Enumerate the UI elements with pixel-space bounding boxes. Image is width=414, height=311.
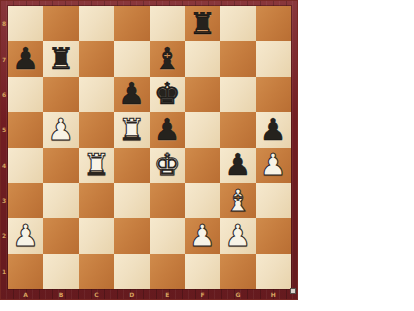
square-f2[interactable]: ♟ <box>185 218 220 253</box>
square-c5[interactable] <box>79 112 114 147</box>
square-h3[interactable] <box>256 183 291 218</box>
white-pawn-a2[interactable]: ♟ <box>12 221 39 251</box>
file-label-a: A <box>8 289 43 300</box>
square-f3[interactable] <box>185 183 220 218</box>
black-pawn-a7[interactable]: ♟ <box>12 44 39 74</box>
black-rook-b7[interactable]: ♜ <box>48 44 75 74</box>
rank-label-3: 3 <box>0 183 8 218</box>
square-d6[interactable]: ♟ <box>114 77 149 112</box>
square-b7[interactable]: ♜ <box>43 41 78 76</box>
file-label-b: B <box>43 289 78 300</box>
square-f1[interactable] <box>185 254 220 289</box>
square-g8[interactable] <box>220 6 255 41</box>
chess-board-grid: ♜♟♜♝♟♚♟♜♟♟♜♚♟♟♝♟♟♟ <box>8 6 291 289</box>
rank-label-5: 5 <box>0 112 8 147</box>
square-e4[interactable]: ♚ <box>150 148 185 183</box>
rank-labels: 8 7 6 5 4 3 2 1 <box>0 6 8 289</box>
black-pawn-h5[interactable]: ♟ <box>260 115 287 145</box>
file-label-e: E <box>150 289 185 300</box>
square-d3[interactable] <box>114 183 149 218</box>
square-c7[interactable] <box>79 41 114 76</box>
white-pawn-b5[interactable]: ♟ <box>48 115 75 145</box>
square-f5[interactable] <box>185 112 220 147</box>
white-pawn-f2[interactable]: ♟ <box>189 221 216 251</box>
square-a8[interactable] <box>8 6 43 41</box>
square-e8[interactable] <box>150 6 185 41</box>
square-b4[interactable] <box>43 148 78 183</box>
square-b3[interactable] <box>43 183 78 218</box>
square-d7[interactable] <box>114 41 149 76</box>
rank-label-6: 6 <box>0 77 8 112</box>
square-e1[interactable] <box>150 254 185 289</box>
square-d8[interactable] <box>114 6 149 41</box>
file-label-f: F <box>185 289 220 300</box>
square-c2[interactable] <box>79 218 114 253</box>
square-g2[interactable]: ♟ <box>220 218 255 253</box>
white-pawn-g2[interactable]: ♟ <box>224 221 251 251</box>
square-a5[interactable] <box>8 112 43 147</box>
square-e2[interactable] <box>150 218 185 253</box>
square-h2[interactable] <box>256 218 291 253</box>
black-pawn-d6[interactable]: ♟ <box>118 79 145 109</box>
rank-label-7: 7 <box>0 41 8 76</box>
square-c6[interactable] <box>79 77 114 112</box>
square-a3[interactable] <box>8 183 43 218</box>
square-a2[interactable]: ♟ <box>8 218 43 253</box>
square-d1[interactable] <box>114 254 149 289</box>
square-e3[interactable] <box>150 183 185 218</box>
file-label-h: H <box>256 289 291 300</box>
rank-label-1: 1 <box>0 254 8 289</box>
square-b5[interactable]: ♟ <box>43 112 78 147</box>
square-f7[interactable] <box>185 41 220 76</box>
square-b6[interactable] <box>43 77 78 112</box>
rank-label-8: 8 <box>0 6 8 41</box>
black-bishop-e7[interactable]: ♝ <box>154 44 181 74</box>
square-e6[interactable]: ♚ <box>150 77 185 112</box>
black-rook-f8[interactable]: ♜ <box>189 9 216 39</box>
black-pawn-e5[interactable]: ♟ <box>154 115 181 145</box>
file-label-c: C <box>79 289 114 300</box>
square-c4[interactable]: ♜ <box>79 148 114 183</box>
square-c8[interactable] <box>79 6 114 41</box>
white-rook-c4[interactable]: ♜ <box>83 150 110 180</box>
square-b8[interactable] <box>43 6 78 41</box>
white-pawn-h4[interactable]: ♟ <box>260 150 287 180</box>
square-d2[interactable] <box>114 218 149 253</box>
square-b1[interactable] <box>43 254 78 289</box>
white-to-move-indicator <box>290 288 296 294</box>
square-f6[interactable] <box>185 77 220 112</box>
square-h8[interactable] <box>256 6 291 41</box>
file-labels: A B C D E F G H <box>8 289 291 300</box>
square-a7[interactable]: ♟ <box>8 41 43 76</box>
black-pawn-g4[interactable]: ♟ <box>224 150 251 180</box>
square-h5[interactable]: ♟ <box>256 112 291 147</box>
square-h1[interactable] <box>256 254 291 289</box>
square-g3[interactable]: ♝ <box>220 183 255 218</box>
square-h6[interactable] <box>256 77 291 112</box>
white-bishop-g3[interactable]: ♝ <box>224 186 251 216</box>
rank-label-2: 2 <box>0 218 8 253</box>
square-c3[interactable] <box>79 183 114 218</box>
chess-board-frame: 8 7 6 5 4 3 2 1 ♜♟♜♝♟♚♟♜♟♟♜♚♟♟♝♟♟♟ A B C… <box>0 0 298 300</box>
square-g6[interactable] <box>220 77 255 112</box>
square-f4[interactable] <box>185 148 220 183</box>
square-f8[interactable]: ♜ <box>185 6 220 41</box>
square-e5[interactable]: ♟ <box>150 112 185 147</box>
page: 8 7 6 5 4 3 2 1 ♜♟♜♝♟♚♟♜♟♟♜♚♟♟♝♟♟♟ A B C… <box>0 0 414 311</box>
square-h4[interactable]: ♟ <box>256 148 291 183</box>
square-a1[interactable] <box>8 254 43 289</box>
square-b2[interactable] <box>43 218 78 253</box>
square-g5[interactable] <box>220 112 255 147</box>
rank-label-4: 4 <box>0 148 8 183</box>
square-a4[interactable] <box>8 148 43 183</box>
square-d5[interactable]: ♜ <box>114 112 149 147</box>
white-king-e4[interactable]: ♚ <box>154 150 181 180</box>
square-g1[interactable] <box>220 254 255 289</box>
white-rook-d5[interactable]: ♜ <box>118 115 145 145</box>
square-h7[interactable] <box>256 41 291 76</box>
square-e7[interactable]: ♝ <box>150 41 185 76</box>
file-label-g: G <box>220 289 255 300</box>
square-a6[interactable] <box>8 77 43 112</box>
square-c1[interactable] <box>79 254 114 289</box>
square-g7[interactable] <box>220 41 255 76</box>
square-d4[interactable] <box>114 148 149 183</box>
file-label-d: D <box>114 289 149 300</box>
square-g4[interactable]: ♟ <box>220 148 255 183</box>
black-king-e6[interactable]: ♚ <box>154 79 181 109</box>
